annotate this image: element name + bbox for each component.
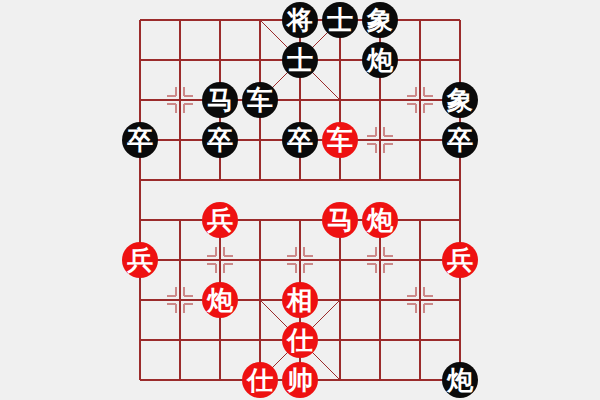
piece-red-horse[interactable]: 马 xyxy=(320,200,360,240)
piece-black-pawn-glyph: 卒 xyxy=(282,122,318,158)
piece-red-horse-glyph: 马 xyxy=(322,202,358,238)
piece-red-general-glyph: 帅 xyxy=(282,362,318,398)
piece-red-chariot[interactable]: 车 xyxy=(320,120,360,160)
piece-black-cannon-glyph: 炮 xyxy=(442,362,478,398)
piece-black-elephant-glyph: 象 xyxy=(442,82,478,118)
piece-black-advisor[interactable]: 士 xyxy=(280,40,320,80)
piece-black-chariot-glyph: 车 xyxy=(242,82,278,118)
piece-red-cannon[interactable]: 炮 xyxy=(360,200,400,240)
piece-black-cannon[interactable]: 炮 xyxy=(360,40,400,80)
piece-black-advisor[interactable]: 士 xyxy=(320,0,360,40)
piece-black-horse-glyph: 马 xyxy=(202,82,238,118)
piece-black-pawn-glyph: 卒 xyxy=(442,122,478,158)
piece-red-pawn-glyph: 兵 xyxy=(442,242,478,278)
piece-red-cannon-glyph: 炮 xyxy=(362,202,398,238)
piece-black-pawn-glyph: 卒 xyxy=(122,122,158,158)
piece-black-pawn[interactable]: 卒 xyxy=(120,120,160,160)
piece-black-elephant[interactable]: 象 xyxy=(440,80,480,120)
xiangqi-board: 将士象士炮马车象卒卒卒车卒兵马炮兵兵炮相仕仕帅炮 xyxy=(120,0,480,400)
piece-red-elephant[interactable]: 相 xyxy=(280,280,320,320)
piece-black-advisor-glyph: 士 xyxy=(322,2,358,38)
piece-red-chariot-glyph: 车 xyxy=(322,122,358,158)
piece-black-cannon[interactable]: 炮 xyxy=(440,360,480,400)
piece-black-pawn-glyph: 卒 xyxy=(202,122,238,158)
piece-black-elephant[interactable]: 象 xyxy=(360,0,400,40)
piece-black-cannon-glyph: 炮 xyxy=(362,42,398,78)
piece-red-pawn[interactable]: 兵 xyxy=(200,200,240,240)
piece-red-advisor-glyph: 仕 xyxy=(282,322,318,358)
piece-black-horse[interactable]: 马 xyxy=(200,80,240,120)
piece-black-chariot[interactable]: 车 xyxy=(240,80,280,120)
piece-red-cannon-glyph: 炮 xyxy=(202,282,238,318)
piece-red-advisor[interactable]: 仕 xyxy=(280,320,320,360)
piece-red-advisor[interactable]: 仕 xyxy=(240,360,280,400)
piece-black-advisor-glyph: 士 xyxy=(282,42,318,78)
piece-black-elephant-glyph: 象 xyxy=(362,2,398,38)
piece-red-elephant-glyph: 相 xyxy=(282,282,318,318)
piece-red-advisor-glyph: 仕 xyxy=(242,362,278,398)
piece-black-pawn[interactable]: 卒 xyxy=(200,120,240,160)
piece-red-pawn-glyph: 兵 xyxy=(202,202,238,238)
piece-red-pawn[interactable]: 兵 xyxy=(120,240,160,280)
piece-red-pawn-glyph: 兵 xyxy=(122,242,158,278)
piece-red-pawn[interactable]: 兵 xyxy=(440,240,480,280)
piece-black-pawn[interactable]: 卒 xyxy=(280,120,320,160)
xiangqi-screenshot: 将士象士炮马车象卒卒卒车卒兵马炮兵兵炮相仕仕帅炮 xyxy=(0,0,600,400)
piece-black-general-glyph: 将 xyxy=(282,2,318,38)
piece-black-pawn[interactable]: 卒 xyxy=(440,120,480,160)
piece-red-general[interactable]: 帅 xyxy=(280,360,320,400)
piece-red-cannon[interactable]: 炮 xyxy=(200,280,240,320)
piece-black-general[interactable]: 将 xyxy=(280,0,320,40)
